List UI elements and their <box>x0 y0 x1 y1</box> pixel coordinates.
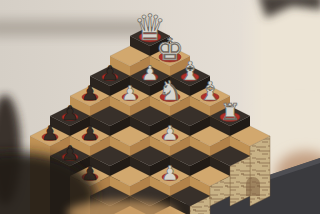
piece-glyph: ♟ <box>161 161 179 185</box>
white-pawn: ♟ <box>161 121 179 145</box>
white-pawn: ♟ <box>121 81 139 105</box>
black-pawn: ♟ <box>81 121 99 145</box>
white-bishop: ♝ <box>198 76 221 106</box>
piece-glyph: ♟ <box>161 121 179 145</box>
piece-glyph: ♟ <box>81 81 99 105</box>
piece-glyph: ♟ <box>41 121 59 145</box>
white-pawn: ♟ <box>141 61 159 85</box>
white-pawn: ♟ <box>161 161 179 185</box>
chess-photo-scene: ♛♚♝♟♟♝♞♟♟♜♟♟♟♟♟♟♟ <box>0 0 320 214</box>
piece-glyph: ♟ <box>141 61 159 85</box>
white-rook: ♜ <box>220 99 241 125</box>
black-pawn: ♟ <box>81 81 99 105</box>
black-pawn: ♟ <box>41 121 59 145</box>
piece-glyph: ♟ <box>121 81 139 105</box>
scene-canvas: ♛♚♝♟♟♝♞♟♟♜♟♟♟♟♟♟♟ <box>0 0 320 214</box>
piece-glyph: ♟ <box>101 61 119 85</box>
shelf-shadow <box>0 20 153 36</box>
piece-glyph: ♝ <box>198 76 221 106</box>
black-pawn: ♟ <box>61 101 79 125</box>
black-pawn: ♟ <box>101 61 119 85</box>
white-knight: ♞ <box>158 75 182 106</box>
piece-glyph: ♟ <box>61 101 79 125</box>
piece-glyph: ♜ <box>220 99 241 125</box>
piece-glyph: ♞ <box>158 75 182 106</box>
piece-glyph: ♟ <box>81 121 99 145</box>
map-arch-detail <box>246 177 260 196</box>
